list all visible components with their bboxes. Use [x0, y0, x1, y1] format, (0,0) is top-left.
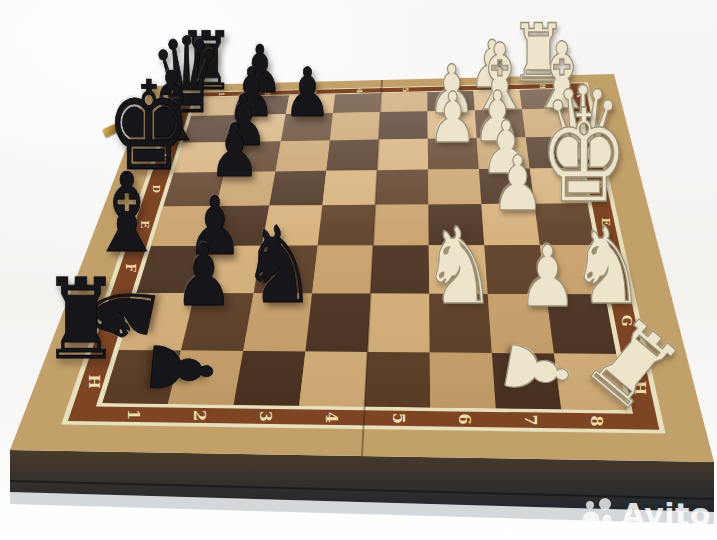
rank-label-left-D: D	[151, 184, 162, 193]
rank-label-left-B: B	[171, 126, 181, 133]
watermark: Avito	[581, 496, 711, 532]
rank-label-right-A: A	[575, 91, 584, 98]
file-label-far-8: 8	[538, 84, 547, 89]
file-label-near-3: 3	[256, 411, 275, 422]
rank-label-right-F: F	[608, 263, 622, 272]
rank-label-left-H: H	[85, 374, 103, 388]
rank-label-right-D: D	[593, 180, 604, 189]
rank-label-right-G: G	[619, 315, 635, 326]
rank-label-left-E: E	[138, 220, 151, 228]
rank-label-left-G: G	[107, 312, 123, 323]
rank-label-right-B: B	[580, 118, 590, 125]
file-label-far-7: 7	[492, 85, 501, 90]
rank-label-left-A: A	[179, 100, 188, 107]
file-label-near-6: 6	[455, 414, 474, 425]
file-label-near-5: 5	[389, 413, 408, 424]
file-label-far-4: 4	[355, 88, 364, 93]
file-label-near-8: 8	[587, 416, 606, 427]
avito-four-dots-logo-icon	[581, 496, 617, 532]
chess-board: 1122334455667788AABBCCDDEEFFGGHH	[0, 0, 717, 540]
rank-label-right-H: H	[631, 381, 649, 395]
file-label-near-4: 4	[322, 412, 341, 423]
file-label-near-1: 1	[124, 409, 143, 420]
rank-label-left-C: C	[161, 153, 171, 160]
watermark-text: Avito	[622, 497, 711, 532]
file-label-near-7: 7	[521, 415, 540, 426]
rank-label-left-F: F	[123, 263, 137, 272]
file-label-far-5: 5	[401, 87, 410, 92]
file-label-far-3: 3	[309, 89, 318, 94]
rank-label-right-C: C	[586, 147, 596, 154]
file-label-far-2: 2	[263, 90, 272, 95]
rank-label-right-E: E	[599, 218, 612, 226]
file-label-far-6: 6	[446, 86, 455, 91]
file-label-near-2: 2	[190, 410, 209, 421]
file-label-far-1: 1	[217, 92, 226, 97]
